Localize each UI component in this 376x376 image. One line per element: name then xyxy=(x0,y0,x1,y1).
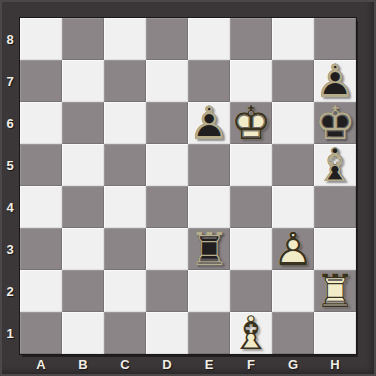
white-king-outline-icon: ♔ xyxy=(230,102,272,144)
white-pawn-outline-icon: ♙ xyxy=(272,228,314,270)
square-h6[interactable]: ♚♔ xyxy=(314,102,356,144)
square-f7[interactable] xyxy=(230,60,272,102)
square-b8[interactable] xyxy=(62,18,104,60)
piece-white-pawn-g3[interactable]: ♟♙ xyxy=(272,228,314,270)
chess-board: ♟♙♟♙♚♔♚♔♝♗♜♖♟♙♜♖♝♗ xyxy=(20,18,356,354)
square-e7[interactable] xyxy=(188,60,230,102)
piece-black-pawn-e6[interactable]: ♟♙ xyxy=(188,102,230,144)
square-c2[interactable] xyxy=(104,270,146,312)
rank-label-7: 7 xyxy=(0,60,20,102)
white-pawn-icon: ♟ xyxy=(272,228,314,270)
square-e4[interactable] xyxy=(188,186,230,228)
rank-label-8: 8 xyxy=(0,18,20,60)
piece-black-king-h6[interactable]: ♚♔ xyxy=(314,102,356,144)
square-b1[interactable] xyxy=(62,312,104,354)
square-g7[interactable] xyxy=(272,60,314,102)
square-f4[interactable] xyxy=(230,186,272,228)
square-h5[interactable]: ♝♗ xyxy=(314,144,356,186)
file-label-c: C xyxy=(104,354,146,374)
square-h3[interactable] xyxy=(314,228,356,270)
square-a8[interactable] xyxy=(20,18,62,60)
black-pawn-icon: ♟ xyxy=(188,102,230,144)
square-c3[interactable] xyxy=(104,228,146,270)
square-h4[interactable] xyxy=(314,186,356,228)
square-b4[interactable] xyxy=(62,186,104,228)
rank-label-3: 3 xyxy=(0,228,20,270)
file-label-e: E xyxy=(188,354,230,374)
piece-black-rook-e3[interactable]: ♜♖ xyxy=(188,228,230,270)
piece-white-bishop-f1[interactable]: ♝♗ xyxy=(230,312,272,354)
square-b6[interactable] xyxy=(62,102,104,144)
white-bishop-outline-icon: ♗ xyxy=(230,312,272,354)
rank-label-5: 5 xyxy=(0,144,20,186)
rank-label-1: 1 xyxy=(0,312,20,354)
square-h8[interactable] xyxy=(314,18,356,60)
square-a4[interactable] xyxy=(20,186,62,228)
square-c7[interactable] xyxy=(104,60,146,102)
square-c5[interactable] xyxy=(104,144,146,186)
square-g6[interactable] xyxy=(272,102,314,144)
white-king-icon: ♚ xyxy=(230,102,272,144)
square-f6[interactable]: ♚♔ xyxy=(230,102,272,144)
square-c1[interactable] xyxy=(104,312,146,354)
piece-white-rook-h2[interactable]: ♜♖ xyxy=(314,270,356,312)
square-d7[interactable] xyxy=(146,60,188,102)
square-g2[interactable] xyxy=(272,270,314,312)
file-label-d: D xyxy=(146,354,188,374)
black-pawn-icon: ♟ xyxy=(314,60,356,102)
square-a5[interactable] xyxy=(20,144,62,186)
black-bishop-icon: ♝ xyxy=(314,144,356,186)
square-d2[interactable] xyxy=(146,270,188,312)
rank-label-6: 6 xyxy=(0,102,20,144)
white-bishop-icon: ♝ xyxy=(230,312,272,354)
square-b2[interactable] xyxy=(62,270,104,312)
square-a6[interactable] xyxy=(20,102,62,144)
file-labels: ABCDEFGH xyxy=(20,354,356,374)
square-g3[interactable]: ♟♙ xyxy=(272,228,314,270)
square-f5[interactable] xyxy=(230,144,272,186)
square-b3[interactable] xyxy=(62,228,104,270)
black-pawn-outline-icon: ♙ xyxy=(314,60,356,102)
square-d1[interactable] xyxy=(146,312,188,354)
black-rook-outline-icon: ♖ xyxy=(188,228,230,270)
file-label-g: G xyxy=(272,354,314,374)
square-b7[interactable] xyxy=(62,60,104,102)
square-a1[interactable] xyxy=(20,312,62,354)
black-king-icon: ♚ xyxy=(314,102,356,144)
black-rook-icon: ♜ xyxy=(188,228,230,270)
square-e8[interactable] xyxy=(188,18,230,60)
square-h7[interactable]: ♟♙ xyxy=(314,60,356,102)
square-d8[interactable] xyxy=(146,18,188,60)
white-rook-outline-icon: ♖ xyxy=(314,270,356,312)
rank-labels: 87654321 xyxy=(0,18,20,354)
square-e5[interactable] xyxy=(188,144,230,186)
square-e6[interactable]: ♟♙ xyxy=(188,102,230,144)
square-g5[interactable] xyxy=(272,144,314,186)
square-f2[interactable] xyxy=(230,270,272,312)
black-bishop-outline-icon: ♗ xyxy=(314,144,356,186)
square-h1[interactable] xyxy=(314,312,356,354)
chess-diagram-frame: 87654321 ♟♙♟♙♚♔♚♔♝♗♜♖♟♙♜♖♝♗ ABCDEFGH xyxy=(0,0,376,376)
square-c8[interactable] xyxy=(104,18,146,60)
square-e1[interactable] xyxy=(188,312,230,354)
black-pawn-outline-icon: ♙ xyxy=(188,102,230,144)
black-king-outline-icon: ♔ xyxy=(314,102,356,144)
piece-black-bishop-h5[interactable]: ♝♗ xyxy=(314,144,356,186)
square-d5[interactable] xyxy=(146,144,188,186)
square-d4[interactable] xyxy=(146,186,188,228)
square-c6[interactable] xyxy=(104,102,146,144)
file-label-h: H xyxy=(314,354,356,374)
square-h2[interactable]: ♜♖ xyxy=(314,270,356,312)
rank-label-2: 2 xyxy=(0,270,20,312)
square-e2[interactable] xyxy=(188,270,230,312)
square-g1[interactable] xyxy=(272,312,314,354)
square-f3[interactable] xyxy=(230,228,272,270)
square-a7[interactable] xyxy=(20,60,62,102)
square-g4[interactable] xyxy=(272,186,314,228)
file-label-a: A xyxy=(20,354,62,374)
square-d6[interactable] xyxy=(146,102,188,144)
square-e3[interactable]: ♜♖ xyxy=(188,228,230,270)
file-label-b: B xyxy=(62,354,104,374)
square-a3[interactable] xyxy=(20,228,62,270)
piece-white-king-f6[interactable]: ♚♔ xyxy=(230,102,272,144)
square-c4[interactable] xyxy=(104,186,146,228)
file-label-f: F xyxy=(230,354,272,374)
piece-black-pawn-h7[interactable]: ♟♙ xyxy=(314,60,356,102)
square-b5[interactable] xyxy=(62,144,104,186)
square-f8[interactable] xyxy=(230,18,272,60)
rank-label-4: 4 xyxy=(0,186,20,228)
square-g8[interactable] xyxy=(272,18,314,60)
square-f1[interactable]: ♝♗ xyxy=(230,312,272,354)
white-rook-icon: ♜ xyxy=(314,270,356,312)
square-d3[interactable] xyxy=(146,228,188,270)
square-a2[interactable] xyxy=(20,270,62,312)
